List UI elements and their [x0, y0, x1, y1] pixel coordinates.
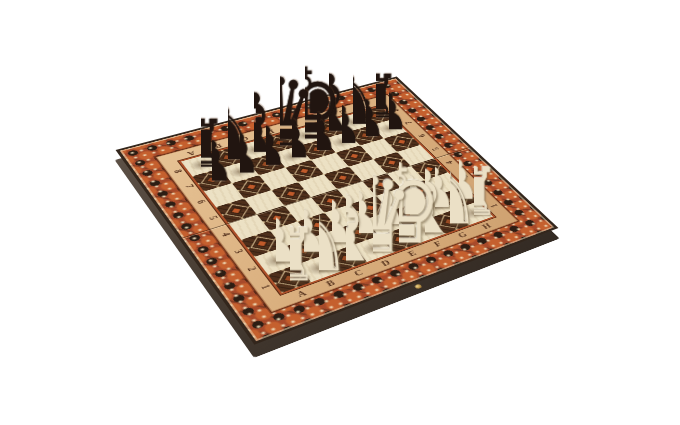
rank-label: 6 — [408, 132, 433, 141]
product-photo-stage: ABCDEFGH ABCDEFGH 12345678 12345678 ♜♞♝♛… — [0, 0, 680, 425]
chess-piece-glyph: ♟ — [191, 142, 234, 183]
perspective-layer: ABCDEFGH ABCDEFGH 12345678 12345678 ♜♞♝♛… — [0, 0, 680, 425]
piece-white-rook: ♜ — [290, 223, 356, 278]
camera-rotation-layer: ABCDEFGH ABCDEFGH 12345678 12345678 ♜♞♝♛… — [0, 0, 680, 425]
chess-board: ABCDEFGH ABCDEFGH 12345678 12345678 ♜♞♝♛… — [116, 76, 559, 344]
rank-label: 5 — [197, 212, 228, 224]
piece-black-pawn: ♟ — [212, 139, 261, 180]
chess-piece-glyph: ♜ — [261, 228, 319, 283]
